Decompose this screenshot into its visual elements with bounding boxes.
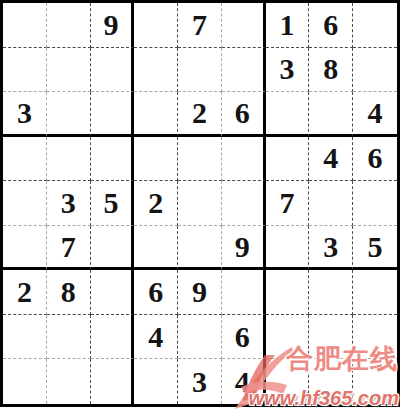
sudoku-cell-r1c9[interactable] (353, 3, 397, 48)
sudoku-cell-r6c7[interactable] (266, 226, 310, 271)
sudoku-cell-r5c6[interactable] (222, 181, 266, 226)
sudoku-cell-r3c1[interactable]: 3 (3, 92, 47, 137)
sudoku-cell-r7c6[interactable] (222, 270, 266, 315)
sudoku-cell-r4c5[interactable] (178, 137, 222, 182)
sudoku-cell-r3c3[interactable] (91, 92, 135, 137)
sudoku-cell-r4c3[interactable] (91, 137, 135, 182)
sudoku-cell-r5c9[interactable] (353, 181, 397, 226)
sudoku-cell-r7c4[interactable]: 6 (134, 270, 178, 315)
sudoku-cell-r7c8[interactable] (309, 270, 353, 315)
sudoku-cell-r5c5[interactable] (178, 181, 222, 226)
sudoku-cell-r6c5[interactable] (178, 226, 222, 271)
sudoku-cell-r4c4[interactable] (134, 137, 178, 182)
sudoku-cell-r8c4[interactable]: 4 (134, 315, 178, 360)
sudoku-cell-r9c2[interactable] (47, 359, 91, 404)
sudoku-cell-r8c5[interactable] (178, 315, 222, 360)
sudoku-cell-r9c4[interactable] (134, 359, 178, 404)
sudoku-cell-r9c3[interactable] (91, 359, 135, 404)
sudoku-cell-r3c8[interactable] (309, 92, 353, 137)
sudoku-puzzle-image: 9716383264463527793528694634 合肥在线 www.hf… (0, 0, 400, 409)
sudoku-cell-r1c4[interactable] (134, 3, 178, 48)
sudoku-cell-r2c2[interactable] (47, 48, 91, 93)
sudoku-cell-r6c3[interactable] (91, 226, 135, 271)
sudoku-cell-r7c3[interactable] (91, 270, 135, 315)
sudoku-cell-r1c3[interactable]: 9 (91, 3, 135, 48)
sudoku-cell-r5c8[interactable] (309, 181, 353, 226)
sudoku-cell-r8c2[interactable] (47, 315, 91, 360)
sudoku-cell-r6c1[interactable] (3, 226, 47, 271)
sudoku-cell-r2c5[interactable] (178, 48, 222, 93)
sudoku-cell-r1c6[interactable] (222, 3, 266, 48)
sudoku-cell-r1c1[interactable] (3, 3, 47, 48)
sudoku-cell-r1c5[interactable]: 7 (178, 3, 222, 48)
watermark: 合肥在线 www.hf365.com (235, 345, 400, 409)
sudoku-cell-r8c3[interactable] (91, 315, 135, 360)
sudoku-cell-r2c1[interactable] (3, 48, 47, 93)
sudoku-cell-r7c1[interactable]: 2 (3, 270, 47, 315)
sudoku-cell-r7c7[interactable] (266, 270, 310, 315)
sudoku-cell-r9c5[interactable]: 3 (178, 359, 222, 404)
sudoku-cell-r3c4[interactable] (134, 92, 178, 137)
sudoku-cell-r5c7[interactable]: 7 (266, 181, 310, 226)
sudoku-cell-r6c9[interactable]: 5 (353, 226, 397, 271)
sudoku-cell-r9c1[interactable] (3, 359, 47, 404)
sudoku-cell-r3c2[interactable] (47, 92, 91, 137)
sudoku-cell-r5c2[interactable]: 3 (47, 181, 91, 226)
sudoku-cell-r5c1[interactable] (3, 181, 47, 226)
sudoku-cell-r1c2[interactable] (47, 3, 91, 48)
sudoku-cell-r2c7[interactable]: 3 (266, 48, 310, 93)
sudoku-cell-r1c7[interactable]: 1 (266, 3, 310, 48)
sudoku-cell-r7c5[interactable]: 9 (178, 270, 222, 315)
sudoku-cell-r6c4[interactable] (134, 226, 178, 271)
sudoku-cell-r3c7[interactable] (266, 92, 310, 137)
sudoku-cell-r4c7[interactable] (266, 137, 310, 182)
sudoku-cell-r2c9[interactable] (353, 48, 397, 93)
sudoku-cell-r7c9[interactable] (353, 270, 397, 315)
sudoku-cell-r2c6[interactable] (222, 48, 266, 93)
sudoku-cell-r8c1[interactable] (3, 315, 47, 360)
watermark-site-url: www.hf365.com (249, 388, 399, 408)
sudoku-cell-r4c6[interactable] (222, 137, 266, 182)
sudoku-cell-r1c8[interactable]: 6 (309, 3, 353, 48)
sudoku-cell-r2c8[interactable]: 8 (309, 48, 353, 93)
sudoku-cell-r4c8[interactable]: 4 (309, 137, 353, 182)
sudoku-cell-r7c2[interactable]: 8 (47, 270, 91, 315)
watermark-site-name: 合肥在线 (286, 345, 398, 375)
sudoku-cell-r4c2[interactable] (47, 137, 91, 182)
sudoku-cell-r6c8[interactable]: 3 (309, 226, 353, 271)
sudoku-cell-r3c5[interactable]: 2 (178, 92, 222, 137)
sudoku-cell-r5c3[interactable]: 5 (91, 181, 135, 226)
sudoku-cell-r2c3[interactable] (91, 48, 135, 93)
sudoku-cell-r4c1[interactable] (3, 137, 47, 182)
sudoku-cell-r3c9[interactable]: 4 (353, 92, 397, 137)
sudoku-cell-r6c6[interactable]: 9 (222, 226, 266, 271)
sudoku-cell-r5c4[interactable]: 2 (134, 181, 178, 226)
sudoku-cell-r2c4[interactable] (134, 48, 178, 93)
sudoku-cell-r6c2[interactable]: 7 (47, 226, 91, 271)
sudoku-cell-r3c6[interactable]: 6 (222, 92, 266, 137)
sudoku-cell-r4c9[interactable]: 6 (353, 137, 397, 182)
